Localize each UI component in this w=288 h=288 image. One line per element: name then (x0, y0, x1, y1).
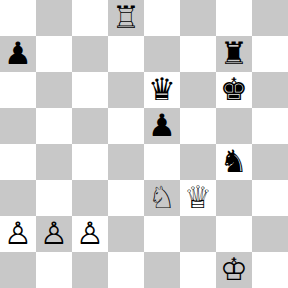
square-a5[interactable] (0, 108, 36, 144)
chess-board: ♖♟♜♛♚♟♞♘♕♙♙♙♔ (0, 0, 288, 288)
square-b7[interactable] (36, 36, 72, 72)
white-rook-piece: ♖ (112, 0, 140, 35)
square-e3[interactable]: ♘ (144, 180, 180, 216)
square-d8[interactable]: ♖ (108, 0, 144, 36)
white-queen-piece: ♕ (184, 179, 212, 215)
square-f6[interactable] (180, 72, 216, 108)
square-g6[interactable]: ♚ (216, 72, 252, 108)
square-h4[interactable] (252, 144, 288, 180)
square-g4[interactable]: ♞ (216, 144, 252, 180)
square-g8[interactable] (216, 0, 252, 36)
square-a6[interactable] (0, 72, 36, 108)
square-e6[interactable]: ♛ (144, 72, 180, 108)
black-rook-piece: ♜ (220, 35, 248, 71)
black-pawn-piece: ♟ (148, 107, 176, 143)
square-b6[interactable] (36, 72, 72, 108)
square-d7[interactable] (108, 36, 144, 72)
black-king-piece: ♚ (220, 71, 248, 107)
square-f7[interactable] (180, 36, 216, 72)
square-f1[interactable] (180, 252, 216, 288)
square-h3[interactable] (252, 180, 288, 216)
square-h7[interactable] (252, 36, 288, 72)
square-e2[interactable] (144, 216, 180, 252)
square-c1[interactable] (72, 252, 108, 288)
square-b8[interactable] (36, 0, 72, 36)
square-b1[interactable] (36, 252, 72, 288)
square-g5[interactable] (216, 108, 252, 144)
square-a3[interactable] (0, 180, 36, 216)
square-h6[interactable] (252, 72, 288, 108)
square-b5[interactable] (36, 108, 72, 144)
square-e8[interactable] (144, 0, 180, 36)
square-f2[interactable] (180, 216, 216, 252)
square-e4[interactable] (144, 144, 180, 180)
square-d1[interactable] (108, 252, 144, 288)
black-pawn-piece: ♟ (4, 35, 32, 71)
square-d6[interactable] (108, 72, 144, 108)
white-pawn-piece: ♙ (76, 215, 104, 251)
white-pawn-piece: ♙ (40, 215, 68, 251)
white-king-piece: ♔ (220, 251, 248, 287)
square-c3[interactable] (72, 180, 108, 216)
square-f8[interactable] (180, 0, 216, 36)
square-c8[interactable] (72, 0, 108, 36)
square-g1[interactable]: ♔ (216, 252, 252, 288)
square-b3[interactable] (36, 180, 72, 216)
square-b2[interactable]: ♙ (36, 216, 72, 252)
square-f3[interactable]: ♕ (180, 180, 216, 216)
square-a4[interactable] (0, 144, 36, 180)
square-e1[interactable] (144, 252, 180, 288)
square-f4[interactable] (180, 144, 216, 180)
square-f5[interactable] (180, 108, 216, 144)
square-d5[interactable] (108, 108, 144, 144)
square-d2[interactable] (108, 216, 144, 252)
black-knight-piece: ♞ (220, 143, 248, 179)
square-a2[interactable]: ♙ (0, 216, 36, 252)
square-g7[interactable]: ♜ (216, 36, 252, 72)
square-c2[interactable]: ♙ (72, 216, 108, 252)
square-h8[interactable] (252, 0, 288, 36)
square-g2[interactable] (216, 216, 252, 252)
square-c4[interactable] (72, 144, 108, 180)
square-g3[interactable] (216, 180, 252, 216)
square-e5[interactable]: ♟ (144, 108, 180, 144)
square-c5[interactable] (72, 108, 108, 144)
white-knight-piece: ♘ (148, 179, 176, 215)
square-d4[interactable] (108, 144, 144, 180)
square-h1[interactable] (252, 252, 288, 288)
square-a7[interactable]: ♟ (0, 36, 36, 72)
square-b4[interactable] (36, 144, 72, 180)
square-c7[interactable] (72, 36, 108, 72)
white-pawn-piece: ♙ (4, 215, 32, 251)
square-d3[interactable] (108, 180, 144, 216)
square-a8[interactable] (0, 0, 36, 36)
square-c6[interactable] (72, 72, 108, 108)
square-h2[interactable] (252, 216, 288, 252)
black-queen-piece: ♛ (148, 71, 176, 107)
square-h5[interactable] (252, 108, 288, 144)
square-a1[interactable] (0, 252, 36, 288)
square-e7[interactable] (144, 36, 180, 72)
